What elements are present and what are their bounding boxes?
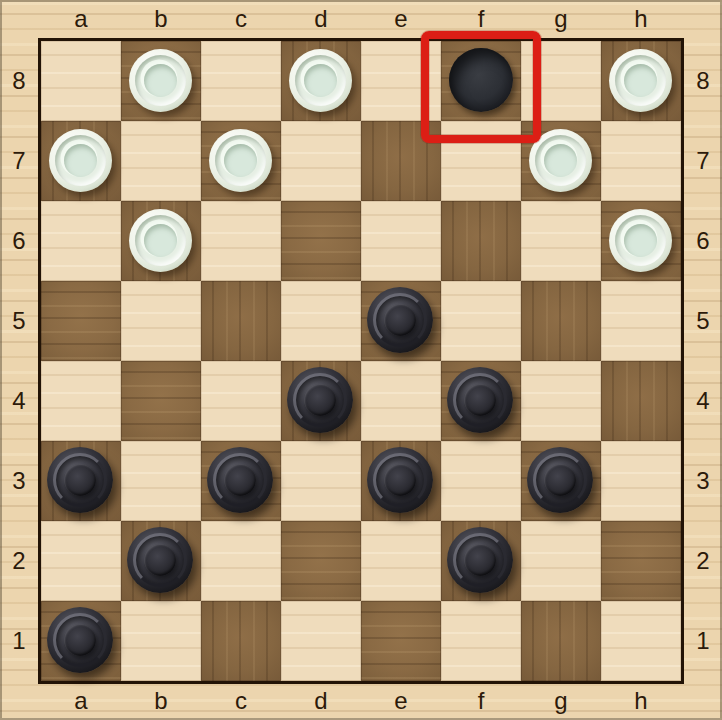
square-h2[interactable] (601, 521, 681, 601)
square-f8[interactable] (441, 41, 521, 121)
rank-label-left-6: 6 (0, 201, 38, 281)
file-label-top-f: f (441, 0, 521, 38)
black-piece-f8[interactable] (449, 48, 513, 112)
black-piece-f2[interactable] (447, 527, 513, 593)
square-c6[interactable] (201, 201, 281, 281)
file-label-top-g: g (521, 0, 601, 38)
file-label-bottom-a: a (41, 683, 121, 720)
square-c1[interactable] (201, 601, 281, 681)
square-g7[interactable] (521, 121, 601, 201)
square-b8[interactable] (121, 41, 201, 121)
rank-label-right-8: 8 (684, 41, 722, 121)
file-label-bottom-b: b (121, 683, 201, 720)
rank-label-right-5: 5 (684, 281, 722, 361)
square-a1[interactable] (41, 601, 121, 681)
square-g4[interactable] (521, 361, 601, 441)
square-g6[interactable] (521, 201, 601, 281)
square-b3[interactable] (121, 441, 201, 521)
square-g5[interactable] (521, 281, 601, 361)
square-a7[interactable] (41, 121, 121, 201)
black-piece-a1[interactable] (47, 607, 113, 673)
rank-label-left-3: 3 (0, 441, 38, 521)
black-piece-e5[interactable] (367, 287, 433, 353)
rank-label-left-8: 8 (0, 41, 38, 121)
square-c5[interactable] (201, 281, 281, 361)
square-f1[interactable] (441, 601, 521, 681)
file-label-bottom-g: g (521, 683, 601, 720)
file-labels-top: abcdefgh (41, 0, 681, 38)
square-f2[interactable] (441, 521, 521, 601)
square-a6[interactable] (41, 201, 121, 281)
rank-label-right-6: 6 (684, 201, 722, 281)
black-piece-a3[interactable] (47, 447, 113, 513)
rank-label-left-7: 7 (0, 121, 38, 201)
square-a4[interactable] (41, 361, 121, 441)
square-a2[interactable] (41, 521, 121, 601)
square-b5[interactable] (121, 281, 201, 361)
square-d2[interactable] (281, 521, 361, 601)
square-f6[interactable] (441, 201, 521, 281)
square-d3[interactable] (281, 441, 361, 521)
square-g1[interactable] (521, 601, 601, 681)
square-b1[interactable] (121, 601, 201, 681)
white-piece-d8[interactable] (289, 49, 352, 112)
square-e8[interactable] (361, 41, 441, 121)
square-h4[interactable] (601, 361, 681, 441)
square-d7[interactable] (281, 121, 361, 201)
white-piece-h8[interactable] (609, 49, 672, 112)
file-label-top-d: d (281, 0, 361, 38)
square-c3[interactable] (201, 441, 281, 521)
square-a8[interactable] (41, 41, 121, 121)
square-f4[interactable] (441, 361, 521, 441)
white-piece-g7[interactable] (529, 129, 592, 192)
square-d5[interactable] (281, 281, 361, 361)
rank-labels-right: 87654321 (684, 41, 722, 681)
file-label-top-e: e (361, 0, 441, 38)
rank-label-left-5: 5 (0, 281, 38, 361)
black-piece-c3[interactable] (207, 447, 273, 513)
square-h3[interactable] (601, 441, 681, 521)
square-c8[interactable] (201, 41, 281, 121)
rank-label-right-2: 2 (684, 521, 722, 601)
white-piece-a7[interactable] (49, 129, 112, 192)
file-label-bottom-c: c (201, 683, 281, 720)
square-c7[interactable] (201, 121, 281, 201)
file-label-bottom-d: d (281, 683, 361, 720)
square-g2[interactable] (521, 521, 601, 601)
black-piece-e3[interactable] (367, 447, 433, 513)
square-h5[interactable] (601, 281, 681, 361)
square-a3[interactable] (41, 441, 121, 521)
rank-labels-left: 87654321 (0, 41, 38, 681)
square-f3[interactable] (441, 441, 521, 521)
square-e1[interactable] (361, 601, 441, 681)
square-g3[interactable] (521, 441, 601, 521)
rank-label-right-1: 1 (684, 601, 722, 681)
square-b7[interactable] (121, 121, 201, 201)
white-piece-b8[interactable] (129, 49, 192, 112)
square-c4[interactable] (201, 361, 281, 441)
square-d8[interactable] (281, 41, 361, 121)
square-f5[interactable] (441, 281, 521, 361)
square-h6[interactable] (601, 201, 681, 281)
square-d1[interactable] (281, 601, 361, 681)
square-d6[interactable] (281, 201, 361, 281)
square-h7[interactable] (601, 121, 681, 201)
file-label-top-b: b (121, 0, 201, 38)
file-label-bottom-e: e (361, 683, 441, 720)
file-labels-bottom: abcdefgh (41, 683, 681, 720)
square-c2[interactable] (201, 521, 281, 601)
square-g8[interactable] (521, 41, 601, 121)
board (38, 38, 684, 684)
rank-label-left-1: 1 (0, 601, 38, 681)
square-e4[interactable] (361, 361, 441, 441)
square-h1[interactable] (601, 601, 681, 681)
file-label-top-a: a (41, 0, 121, 38)
rank-label-left-2: 2 (0, 521, 38, 601)
white-piece-b6[interactable] (129, 209, 192, 272)
square-e5[interactable] (361, 281, 441, 361)
square-e2[interactable] (361, 521, 441, 601)
square-b2[interactable] (121, 521, 201, 601)
square-e3[interactable] (361, 441, 441, 521)
black-piece-d4[interactable] (287, 367, 353, 433)
square-a5[interactable] (41, 281, 121, 361)
file-label-top-c: c (201, 0, 281, 38)
rank-label-right-3: 3 (684, 441, 722, 521)
square-h8[interactable] (601, 41, 681, 121)
black-piece-g3[interactable] (527, 447, 593, 513)
square-f7[interactable] (441, 121, 521, 201)
file-label-bottom-f: f (441, 683, 521, 720)
black-piece-b2[interactable] (127, 527, 193, 593)
square-b4[interactable] (121, 361, 201, 441)
square-d4[interactable] (281, 361, 361, 441)
file-label-bottom-h: h (601, 683, 681, 720)
rank-label-right-7: 7 (684, 121, 722, 201)
file-label-top-h: h (601, 0, 681, 38)
square-b6[interactable] (121, 201, 201, 281)
white-piece-h6[interactable] (609, 209, 672, 272)
square-e7[interactable] (361, 121, 441, 201)
white-piece-c7[interactable] (209, 129, 272, 192)
rank-label-right-4: 4 (684, 361, 722, 441)
black-piece-f4[interactable] (447, 367, 513, 433)
rank-label-left-4: 4 (0, 361, 38, 441)
square-e6[interactable] (361, 201, 441, 281)
